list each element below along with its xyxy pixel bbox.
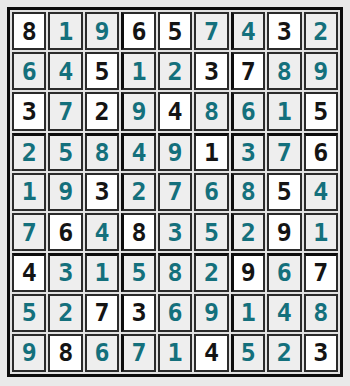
cell-r2c4[interactable]: 1 [121, 52, 155, 90]
cell-r9c3[interactable]: 6 [85, 334, 119, 372]
cell-r8c3[interactable]: 7 [85, 294, 119, 332]
cell-r6c3[interactable]: 4 [85, 213, 119, 251]
cell-r2c8[interactable]: 8 [267, 52, 301, 90]
cell-r8c9[interactable]: 8 [304, 294, 338, 332]
cell-r1c9[interactable]: 2 [304, 12, 338, 50]
cell-r4c4[interactable]: 4 [121, 133, 155, 171]
cell-r5c9[interactable]: 4 [304, 173, 338, 211]
cell-r3c4[interactable]: 9 [121, 92, 155, 130]
cell-r8c1[interactable]: 5 [12, 294, 46, 332]
cell-r9c5[interactable]: 1 [158, 334, 192, 372]
cell-r9c6[interactable]: 4 [194, 334, 228, 372]
cell-r9c7[interactable]: 5 [231, 334, 265, 372]
cell-r1c5[interactable]: 5 [158, 12, 192, 50]
cell-r4c8[interactable]: 7 [267, 133, 301, 171]
cell-r8c4[interactable]: 3 [121, 294, 155, 332]
cell-r5c1[interactable]: 1 [12, 173, 46, 211]
cell-r6c2[interactable]: 6 [48, 213, 82, 251]
cell-r9c4[interactable]: 7 [121, 334, 155, 372]
cell-r6c1[interactable]: 7 [12, 213, 46, 251]
cell-r2c2[interactable]: 4 [48, 52, 82, 90]
cell-r4c1[interactable]: 2 [12, 133, 46, 171]
cell-r5c7[interactable]: 8 [231, 173, 265, 211]
cell-r2c3[interactable]: 5 [85, 52, 119, 90]
cell-r4c6[interactable]: 1 [194, 133, 228, 171]
cell-r3c3[interactable]: 2 [85, 92, 119, 130]
cell-r1c7[interactable]: 4 [231, 12, 265, 50]
sudoku-board: 8196574326451237893729486152584913761932… [7, 7, 343, 377]
cell-r1c6[interactable]: 7 [194, 12, 228, 50]
cell-r5c8[interactable]: 5 [267, 173, 301, 211]
cell-r1c3[interactable]: 9 [85, 12, 119, 50]
cell-r4c3[interactable]: 8 [85, 133, 119, 171]
cell-r4c9[interactable]: 6 [304, 133, 338, 171]
cell-r6c8[interactable]: 9 [267, 213, 301, 251]
cell-r7c3[interactable]: 1 [85, 253, 119, 291]
cell-r2c7[interactable]: 7 [231, 52, 265, 90]
cell-r1c1[interactable]: 8 [12, 12, 46, 50]
cell-r3c6[interactable]: 8 [194, 92, 228, 130]
cell-r3c7[interactable]: 6 [231, 92, 265, 130]
cell-r1c4[interactable]: 6 [121, 12, 155, 50]
cell-r7c2[interactable]: 3 [48, 253, 82, 291]
cell-r8c8[interactable]: 4 [267, 294, 301, 332]
cell-r4c2[interactable]: 5 [48, 133, 82, 171]
cell-r7c6[interactable]: 2 [194, 253, 228, 291]
cell-r3c2[interactable]: 7 [48, 92, 82, 130]
cell-r9c1[interactable]: 9 [12, 334, 46, 372]
cell-r8c7[interactable]: 1 [231, 294, 265, 332]
cell-r5c3[interactable]: 3 [85, 173, 119, 211]
cell-r8c2[interactable]: 2 [48, 294, 82, 332]
cell-r4c5[interactable]: 9 [158, 133, 192, 171]
cell-r6c5[interactable]: 3 [158, 213, 192, 251]
cell-r4c7[interactable]: 3 [231, 133, 265, 171]
cell-r1c8[interactable]: 3 [267, 12, 301, 50]
cell-r6c7[interactable]: 2 [231, 213, 265, 251]
cell-r9c9[interactable]: 3 [304, 334, 338, 372]
cell-r3c5[interactable]: 4 [158, 92, 192, 130]
cell-r6c4[interactable]: 8 [121, 213, 155, 251]
cell-r9c2[interactable]: 8 [48, 334, 82, 372]
cell-r8c6[interactable]: 9 [194, 294, 228, 332]
cell-r5c6[interactable]: 6 [194, 173, 228, 211]
cell-r9c8[interactable]: 2 [267, 334, 301, 372]
cell-r2c9[interactable]: 9 [304, 52, 338, 90]
cell-r3c9[interactable]: 5 [304, 92, 338, 130]
cell-r5c4[interactable]: 2 [121, 173, 155, 211]
cell-r7c9[interactable]: 7 [304, 253, 338, 291]
cell-r5c2[interactable]: 9 [48, 173, 82, 211]
cell-r7c4[interactable]: 5 [121, 253, 155, 291]
cell-r6c9[interactable]: 1 [304, 213, 338, 251]
cell-r2c6[interactable]: 3 [194, 52, 228, 90]
cell-r8c5[interactable]: 6 [158, 294, 192, 332]
cell-r3c1[interactable]: 3 [12, 92, 46, 130]
cell-r2c1[interactable]: 6 [12, 52, 46, 90]
cell-r5c5[interactable]: 7 [158, 173, 192, 211]
cell-r7c7[interactable]: 9 [231, 253, 265, 291]
cell-r2c5[interactable]: 2 [158, 52, 192, 90]
cell-r7c8[interactable]: 6 [267, 253, 301, 291]
cell-r3c8[interactable]: 1 [267, 92, 301, 130]
cell-r7c1[interactable]: 4 [12, 253, 46, 291]
cell-r6c6[interactable]: 5 [194, 213, 228, 251]
cell-r1c2[interactable]: 1 [48, 12, 82, 50]
cell-r7c5[interactable]: 8 [158, 253, 192, 291]
